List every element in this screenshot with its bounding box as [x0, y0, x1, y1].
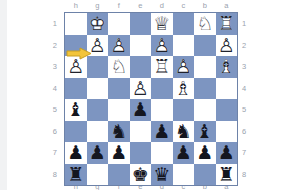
rank-label-6: 6 [240, 121, 254, 143]
rank-label-8: 8 [240, 164, 254, 186]
rank-label-7: 7 [240, 142, 254, 164]
piece-black-pawn: ♟ [216, 142, 238, 164]
square-h2[interactable] [65, 35, 87, 57]
piece-black-pawn: ♟ [194, 142, 216, 164]
square-g4[interactable] [87, 78, 109, 100]
square-h1[interactable] [65, 13, 87, 35]
rank-label-2: 2 [46, 35, 60, 57]
piece-black-knight: ♞ [108, 121, 130, 143]
piece-black-knight: ♞ [173, 121, 195, 143]
rank-labels-left: 12345678 [46, 13, 60, 185]
square-f2[interactable]: ♟♙ [108, 35, 130, 57]
file-label-g: g [87, 2, 109, 9]
rank-label-3: 3 [240, 56, 254, 78]
square-b8[interactable] [194, 164, 216, 186]
square-e1[interactable] [130, 13, 152, 35]
square-e7[interactable] [130, 142, 152, 164]
square-d4[interactable] [151, 78, 173, 100]
rank-labels-right: 12345678 [240, 13, 254, 185]
square-d1[interactable]: ♛♕ [151, 13, 173, 35]
square-a5[interactable] [216, 99, 238, 121]
square-b5[interactable] [194, 99, 216, 121]
piece-white-pawn: ♟♙ [65, 56, 87, 78]
square-c3[interactable]: ♟♙ [173, 56, 195, 78]
piece-black-pawn: ♟ [87, 142, 109, 164]
piece-black-pawn: ♟ [65, 142, 87, 164]
piece-black-pawn: ♟ [151, 121, 173, 143]
rank-label-1: 1 [46, 13, 60, 35]
file-label-e: e [130, 2, 152, 9]
rank-label-5: 5 [240, 99, 254, 121]
piece-white-queen: ♛♕ [151, 13, 173, 35]
square-g3[interactable] [87, 56, 109, 78]
square-e8[interactable]: ♚ [130, 164, 152, 186]
piece-white-pawn: ♟♙ [87, 35, 109, 57]
piece-white-knight: ♞♘ [194, 13, 216, 35]
square-e6[interactable] [130, 121, 152, 143]
square-f3[interactable]: ♞♘ [108, 56, 130, 78]
square-h6[interactable] [65, 121, 87, 143]
square-h8[interactable]: ♜ [65, 164, 87, 186]
file-label-c: c [173, 2, 195, 9]
square-b2[interactable] [194, 35, 216, 57]
square-a1[interactable]: ♜♖ [216, 13, 238, 35]
square-a3[interactable]: ♝♗ [216, 56, 238, 78]
square-b4[interactable] [194, 78, 216, 100]
piece-white-king: ♚♔ [87, 13, 109, 35]
square-f5[interactable] [108, 99, 130, 121]
square-c6[interactable]: ♞ [173, 121, 195, 143]
square-b3[interactable] [194, 56, 216, 78]
square-b7[interactable]: ♟ [194, 142, 216, 164]
square-a7[interactable]: ♟ [216, 142, 238, 164]
square-a2[interactable]: ♟♙ [216, 35, 238, 57]
rank-label-1: 1 [240, 13, 254, 35]
piece-white-rook: ♜♖ [216, 13, 238, 35]
file-label-h: h [65, 2, 87, 9]
piece-black-king: ♚ [130, 164, 152, 186]
square-e3[interactable] [130, 56, 152, 78]
square-d7[interactable] [151, 142, 173, 164]
square-d8[interactable]: ♛ [151, 164, 173, 186]
piece-black-bishop: ♝ [65, 99, 87, 121]
square-c5[interactable] [173, 99, 195, 121]
piece-white-pawn: ♟♙ [108, 35, 130, 57]
square-f6[interactable]: ♞ [108, 121, 130, 143]
square-f4[interactable] [108, 78, 130, 100]
square-g2[interactable]: ♟♙ [87, 35, 109, 57]
square-h4[interactable] [65, 78, 87, 100]
piece-white-pawn: ♟♙ [173, 56, 195, 78]
file-label-a: a [216, 2, 238, 9]
square-c2[interactable] [173, 35, 195, 57]
square-c7[interactable]: ♟ [173, 142, 195, 164]
piece-black-pawn: ♟ [173, 142, 195, 164]
square-e5[interactable]: ♟ [130, 99, 152, 121]
square-g8[interactable] [87, 164, 109, 186]
square-d2[interactable]: ♟♙ [151, 35, 173, 57]
rank-label-4: 4 [240, 78, 254, 100]
rank-label-6: 6 [46, 121, 60, 143]
square-a6[interactable] [216, 121, 238, 143]
square-d3[interactable]: ♜♖ [151, 56, 173, 78]
square-h3[interactable]: ♟♙ [65, 56, 87, 78]
square-g6[interactable] [87, 121, 109, 143]
piece-black-bishop: ♝ [194, 121, 216, 143]
chess-board[interactable]: ♚♔♛♕♞♘♜♖♟♙♟♙♟♙♟♙♟♙♞♘♜♖♟♙♝♗♟♙♝♗♝♟♞♟♞♝♟♟♟♟… [64, 12, 238, 186]
square-c8[interactable] [173, 164, 195, 186]
rank-label-8: 8 [46, 164, 60, 186]
square-b6[interactable]: ♝ [194, 121, 216, 143]
square-e2[interactable] [130, 35, 152, 57]
piece-black-queen: ♛ [151, 164, 173, 186]
rank-label-2: 2 [240, 35, 254, 57]
square-f1[interactable] [108, 13, 130, 35]
page-margin [0, 0, 7, 190]
square-d6[interactable]: ♟ [151, 121, 173, 143]
rank-label-5: 5 [46, 99, 60, 121]
square-a4[interactable] [216, 78, 238, 100]
piece-black-pawn: ♟ [130, 99, 152, 121]
piece-white-rook: ♜♖ [151, 56, 173, 78]
square-d5[interactable] [151, 99, 173, 121]
file-label-f: f [108, 2, 130, 9]
square-h7[interactable]: ♟ [65, 142, 87, 164]
piece-white-pawn: ♟♙ [216, 35, 238, 57]
piece-black-rook: ♜ [216, 164, 238, 186]
rank-label-7: 7 [46, 142, 60, 164]
square-a8[interactable]: ♜ [216, 164, 238, 186]
square-g7[interactable]: ♟ [87, 142, 109, 164]
piece-white-pawn: ♟♙ [151, 35, 173, 57]
square-g5[interactable] [87, 99, 109, 121]
piece-black-rook: ♜ [65, 164, 87, 186]
piece-white-pawn: ♟♙ [130, 78, 152, 100]
file-label-d: d [151, 2, 173, 9]
square-h5[interactable]: ♝ [65, 99, 87, 121]
piece-white-bishop: ♝♗ [216, 56, 238, 78]
chess-diagram-screen: hgfedcba 12345678 12345678 hgfedcba ♚♔♛♕… [0, 0, 304, 190]
square-g1[interactable]: ♚♔ [87, 13, 109, 35]
square-e4[interactable]: ♟♙ [130, 78, 152, 100]
rank-label-4: 4 [46, 78, 60, 100]
piece-black-pawn: ♟ [108, 142, 130, 164]
file-label-b: b [194, 2, 216, 9]
square-f7[interactable]: ♟ [108, 142, 130, 164]
square-b1[interactable]: ♞♘ [194, 13, 216, 35]
file-labels-top: hgfedcba [65, 2, 237, 9]
rank-label-3: 3 [46, 56, 60, 78]
square-f8[interactable] [108, 164, 130, 186]
square-c1[interactable] [173, 13, 195, 35]
piece-white-bishop: ♝♗ [173, 78, 195, 100]
square-c4[interactable]: ♝♗ [173, 78, 195, 100]
piece-white-knight: ♞♘ [108, 56, 130, 78]
